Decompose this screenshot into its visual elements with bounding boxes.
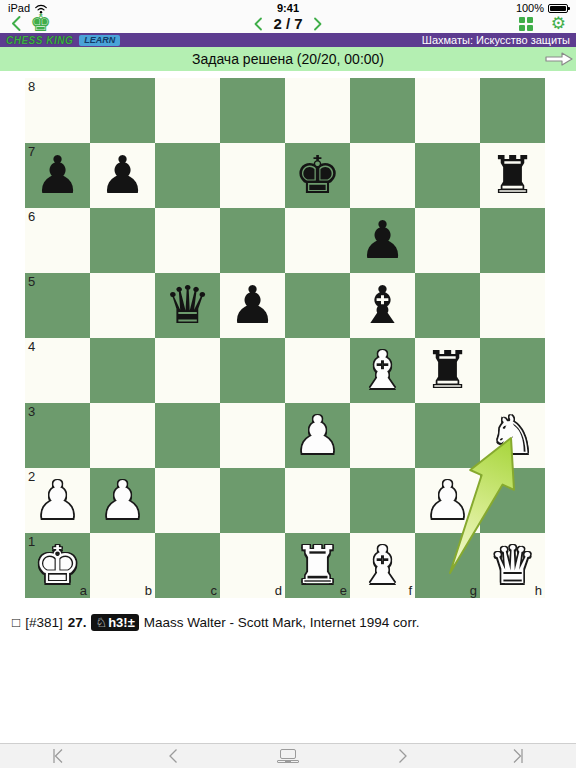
highlighted-move[interactable]: ♘h3!± — [91, 614, 138, 631]
task-solved-text: Задача решена (20/20, 00:00) — [192, 51, 384, 67]
brand-bar: CHESS KING LEARN Шахматы: Искусство защи… — [0, 33, 576, 47]
square-g2[interactable]: ♟ — [415, 468, 480, 533]
square-d2[interactable] — [220, 468, 285, 533]
rank-label-8: 8 — [28, 79, 35, 94]
square-b1[interactable]: b — [90, 533, 155, 598]
go-previous-button[interactable] — [115, 744, 230, 768]
square-b7[interactable]: ♟ — [90, 143, 155, 208]
square-e6[interactable] — [285, 208, 350, 273]
puzzle-reference: [#381] — [25, 615, 63, 630]
game-info: Maass Walter - Scott Mark, Internet 1994… — [144, 615, 420, 630]
rank-label-3: 3 — [28, 404, 35, 419]
square-h8[interactable] — [480, 78, 545, 143]
move-number: 27. — [68, 615, 87, 630]
square-c1[interactable]: c — [155, 533, 220, 598]
square-g8[interactable] — [415, 78, 480, 143]
square-c5[interactable]: ♛ — [155, 273, 220, 338]
square-d3[interactable] — [220, 403, 285, 468]
chess-king-logo-icon[interactable]: ♚ — [30, 14, 52, 33]
black-rook-h7[interactable]: ♜ — [480, 143, 545, 208]
black-pawn-b7[interactable]: ♟ — [90, 143, 155, 208]
square-b8[interactable] — [90, 78, 155, 143]
square-a7[interactable]: 7♟ — [25, 143, 90, 208]
square-c8[interactable] — [155, 78, 220, 143]
square-d6[interactable] — [220, 208, 285, 273]
square-b5[interactable] — [90, 273, 155, 338]
bottom-toolbar — [0, 743, 576, 768]
square-f8[interactable] — [350, 78, 415, 143]
next-task-arrow-icon[interactable] — [544, 50, 574, 68]
square-g1[interactable]: g — [415, 533, 480, 598]
square-e2[interactable] — [285, 468, 350, 533]
black-pawn-a7[interactable]: ♟ — [25, 143, 90, 208]
square-h1[interactable]: h♛ — [480, 533, 545, 598]
square-c3[interactable] — [155, 403, 220, 468]
move-caption: □ [#381] 27. ♘h3!± Maass Walter - Scott … — [12, 614, 576, 631]
black-pawn-d5[interactable]: ♟ — [220, 273, 285, 338]
clock: 9:41 — [195, 2, 382, 14]
square-f6[interactable]: ♟ — [350, 208, 415, 273]
black-bishop-f5[interactable]: ♝ — [350, 273, 415, 338]
white-rook-e1[interactable]: ♜ — [285, 533, 350, 598]
square-e5[interactable] — [285, 273, 350, 338]
settings-gear-icon[interactable]: ⚙ — [551, 14, 566, 33]
chess-king-learn-screen: iPad 9:41 100% ♚ — [0, 0, 576, 768]
board-view-button[interactable] — [230, 744, 345, 768]
square-f2[interactable] — [350, 468, 415, 533]
black-rook-g4[interactable]: ♜ — [415, 338, 480, 403]
square-g4[interactable]: ♜ — [415, 338, 480, 403]
square-a3[interactable]: 3 — [25, 403, 90, 468]
square-g3[interactable] — [415, 403, 480, 468]
move-san: h3!± — [108, 614, 135, 631]
chess-board: 87♟♟♚♜6♟5♛♟♝4♝♜3♟♞2♟♟♟1a♚bcde♜f♝gh♛ — [25, 78, 545, 598]
white-pawn-a2[interactable]: ♟ — [25, 468, 90, 533]
go-next-button[interactable] — [346, 744, 461, 768]
white-pawn-e3[interactable]: ♟ — [285, 403, 350, 468]
device-label: iPad — [8, 2, 30, 14]
status-bar: iPad 9:41 100% — [0, 0, 576, 14]
square-b2[interactable]: ♟ — [90, 468, 155, 533]
course-title: Шахматы: Искусство защиты — [422, 34, 570, 46]
square-d4[interactable] — [220, 338, 285, 403]
file-label-b: b — [145, 583, 152, 598]
learn-badge: LEARN — [79, 35, 120, 46]
file-label-d: d — [275, 583, 282, 598]
square-h6[interactable] — [480, 208, 545, 273]
next-task-chevron-icon[interactable] — [313, 17, 323, 31]
square-c7[interactable] — [155, 143, 220, 208]
task-solved-banner: Задача решена (20/20, 00:00) — [0, 47, 576, 71]
square-f1[interactable]: f♝ — [350, 533, 415, 598]
knight-move-icon: ♘ — [95, 614, 107, 631]
nav-bar: ♚ 2 / 7 ⚙ — [0, 14, 576, 33]
board-computer-icon — [277, 748, 299, 764]
prev-task-chevron-icon[interactable] — [253, 17, 263, 31]
square-h7[interactable]: ♜ — [480, 143, 545, 208]
square-f5[interactable]: ♝ — [350, 273, 415, 338]
square-g5[interactable] — [415, 273, 480, 338]
white-knight-h3[interactable]: ♞ — [480, 403, 545, 468]
square-h2[interactable] — [480, 468, 545, 533]
white-queen-h1[interactable]: ♛ — [480, 533, 545, 598]
square-a6[interactable]: 6 — [25, 208, 90, 273]
square-e8[interactable] — [285, 78, 350, 143]
square-b3[interactable] — [90, 403, 155, 468]
square-f7[interactable] — [350, 143, 415, 208]
chess-board-area: 87♟♟♚♜6♟5♛♟♝4♝♜3♟♞2♟♟♟1a♚bcde♜f♝gh♛ — [25, 78, 545, 598]
square-b6[interactable] — [90, 208, 155, 273]
square-h3[interactable]: ♞ — [480, 403, 545, 468]
file-label-g: g — [470, 583, 477, 598]
black-queen-c5[interactable]: ♛ — [155, 273, 220, 338]
battery-icon — [548, 4, 568, 13]
task-counter: 2 / 7 — [273, 15, 302, 32]
chess-king-wordmark: CHESS KING — [6, 35, 73, 46]
white-pawn-g2[interactable]: ♟ — [415, 468, 480, 533]
black-pawn-f6[interactable]: ♟ — [350, 208, 415, 273]
square-e7[interactable]: ♚ — [285, 143, 350, 208]
square-c6[interactable] — [155, 208, 220, 273]
square-d5[interactable]: ♟ — [220, 273, 285, 338]
square-d8[interactable] — [220, 78, 285, 143]
square-a8[interactable]: 8 — [25, 78, 90, 143]
rank-label-5: 5 — [28, 274, 35, 289]
square-c2[interactable] — [155, 468, 220, 533]
square-d7[interactable] — [220, 143, 285, 208]
white-bishop-f4[interactable]: ♝ — [350, 338, 415, 403]
rank-label-6: 6 — [28, 209, 35, 224]
back-chevron-icon[interactable] — [10, 15, 22, 32]
rank-label-4: 4 — [28, 339, 35, 354]
black-king-e7[interactable]: ♚ — [285, 143, 350, 208]
square-g6[interactable] — [415, 208, 480, 273]
square-a5[interactable]: 5 — [25, 273, 90, 338]
square-c4[interactable] — [155, 338, 220, 403]
go-first-button[interactable] — [0, 744, 115, 768]
square-e1[interactable]: e♜ — [285, 533, 350, 598]
square-b4[interactable] — [90, 338, 155, 403]
top-chrome: iPad 9:41 100% ♚ — [0, 0, 576, 33]
white-bishop-f1[interactable]: ♝ — [350, 533, 415, 598]
battery-percent: 100% — [516, 2, 544, 14]
square-e4[interactable] — [285, 338, 350, 403]
square-f3[interactable] — [350, 403, 415, 468]
square-h5[interactable] — [480, 273, 545, 338]
square-h4[interactable] — [480, 338, 545, 403]
white-pawn-b2[interactable]: ♟ — [90, 468, 155, 533]
side-to-move-marker: □ — [12, 615, 20, 630]
square-f4[interactable]: ♝ — [350, 338, 415, 403]
square-a1[interactable]: 1a♚ — [25, 533, 90, 598]
square-a4[interactable]: 4 — [25, 338, 90, 403]
go-last-button[interactable] — [461, 744, 576, 768]
task-grid-icon[interactable] — [519, 17, 533, 31]
white-king-a1[interactable]: ♚ — [25, 533, 90, 598]
square-a2[interactable]: 2♟ — [25, 468, 90, 533]
square-e3[interactable]: ♟ — [285, 403, 350, 468]
file-label-c: c — [211, 583, 218, 598]
square-d1[interactable]: d — [220, 533, 285, 598]
square-g7[interactable] — [415, 143, 480, 208]
